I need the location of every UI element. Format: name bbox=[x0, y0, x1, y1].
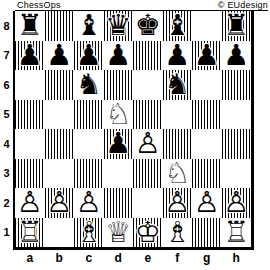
square-b7: ♟♟ bbox=[45, 41, 75, 71]
file-label-h: h bbox=[222, 251, 252, 265]
white-pawn: ♙ bbox=[163, 188, 193, 218]
square-f7: ♟♟ bbox=[163, 41, 193, 71]
square-b1 bbox=[45, 218, 75, 248]
square-e6 bbox=[133, 70, 163, 100]
square-g4 bbox=[192, 129, 222, 159]
square-c3 bbox=[74, 159, 104, 189]
square-b2: ♟♙ bbox=[45, 188, 75, 218]
square-a4 bbox=[15, 129, 45, 159]
black-pawn: ♟ bbox=[104, 129, 134, 159]
square-h6 bbox=[222, 70, 252, 100]
black-pawn: ♟ bbox=[74, 41, 104, 71]
square-d3 bbox=[104, 159, 134, 189]
file-label-e: e bbox=[133, 251, 163, 265]
square-a2: ♟♙ bbox=[15, 188, 45, 218]
black-bishop: ♝ bbox=[74, 11, 104, 41]
white-knight: ♘ bbox=[104, 100, 134, 130]
white-pawn: ♙ bbox=[45, 188, 75, 218]
white-queen: ♕ bbox=[104, 218, 134, 248]
square-c2: ♟♙ bbox=[74, 188, 104, 218]
black-pawn: ♟ bbox=[104, 41, 134, 71]
square-c5 bbox=[74, 100, 104, 130]
square-d8: ♛♛ bbox=[104, 11, 134, 41]
square-e5 bbox=[133, 100, 163, 130]
square-a1: ♜♖ bbox=[15, 218, 45, 248]
black-knight: ♞ bbox=[163, 70, 193, 100]
white-king: ♔ bbox=[133, 218, 163, 248]
square-f5 bbox=[163, 100, 193, 130]
square-b4 bbox=[45, 129, 75, 159]
square-c1: ♝♗ bbox=[74, 218, 104, 248]
black-pawn: ♟ bbox=[45, 41, 75, 71]
black-king: ♚ bbox=[133, 11, 163, 41]
square-g8 bbox=[192, 11, 222, 41]
square-c6: ♞♞ bbox=[74, 70, 104, 100]
white-rook: ♖ bbox=[15, 218, 45, 248]
square-d4: ♟♟ bbox=[104, 129, 134, 159]
square-a6 bbox=[15, 70, 45, 100]
square-e7 bbox=[133, 41, 163, 71]
rank-label-5: 5 bbox=[0, 100, 13, 130]
white-pawn: ♙ bbox=[133, 129, 163, 159]
rank-label-3: 3 bbox=[0, 159, 13, 189]
file-label-a: a bbox=[15, 251, 45, 265]
square-h4 bbox=[222, 129, 252, 159]
square-h8: ♜♜ bbox=[222, 11, 252, 41]
file-label-b: b bbox=[45, 251, 75, 265]
square-g2: ♟♙ bbox=[192, 188, 222, 218]
square-h7: ♟♟ bbox=[222, 41, 252, 71]
black-knight: ♞ bbox=[74, 70, 104, 100]
black-bishop: ♝ bbox=[163, 11, 193, 41]
white-pawn: ♙ bbox=[192, 188, 222, 218]
rank-labels: 87654321 bbox=[0, 11, 13, 247]
square-e3 bbox=[133, 159, 163, 189]
square-f1: ♝♗ bbox=[163, 218, 193, 248]
square-g7: ♟♟ bbox=[192, 41, 222, 71]
square-a8: ♜♜ bbox=[15, 11, 45, 41]
rank-label-6: 6 bbox=[0, 70, 13, 100]
white-pawn: ♙ bbox=[15, 188, 45, 218]
square-d6 bbox=[104, 70, 134, 100]
square-h2: ♟♙ bbox=[222, 188, 252, 218]
white-knight: ♘ bbox=[163, 159, 193, 189]
square-f6: ♞♞ bbox=[163, 70, 193, 100]
white-pawn: ♙ bbox=[74, 188, 104, 218]
square-a5 bbox=[15, 100, 45, 130]
black-pawn: ♟ bbox=[222, 41, 252, 71]
square-b6 bbox=[45, 70, 75, 100]
square-h5 bbox=[222, 100, 252, 130]
square-g5 bbox=[192, 100, 222, 130]
file-label-f: f bbox=[163, 251, 193, 265]
file-label-c: c bbox=[74, 251, 104, 265]
square-g3 bbox=[192, 159, 222, 189]
square-b8 bbox=[45, 11, 75, 41]
square-g1 bbox=[192, 218, 222, 248]
square-c8: ♝♝ bbox=[74, 11, 104, 41]
square-e1: ♚♔ bbox=[133, 218, 163, 248]
rank-label-7: 7 bbox=[0, 41, 13, 71]
square-e2 bbox=[133, 188, 163, 218]
rank-label-2: 2 bbox=[0, 188, 13, 218]
black-queen: ♛ bbox=[104, 11, 134, 41]
black-rook: ♜ bbox=[15, 11, 45, 41]
black-pawn: ♟ bbox=[15, 41, 45, 71]
square-h1: ♜♖ bbox=[222, 218, 252, 248]
square-f8: ♝♝ bbox=[163, 11, 193, 41]
square-e4: ♟♙ bbox=[133, 129, 163, 159]
square-c4 bbox=[74, 129, 104, 159]
square-g6 bbox=[192, 70, 222, 100]
chess-board: ♜♜♝♝♛♛♚♚♝♝♜♜♟♟♟♟♟♟♟♟♟♟♟♟♟♟♞♞♞♞♞♘♟♟♟♙♞♘♟♙… bbox=[13, 11, 254, 250]
square-d2 bbox=[104, 188, 134, 218]
square-d1: ♛♕ bbox=[104, 218, 134, 248]
white-pawn: ♙ bbox=[222, 188, 252, 218]
square-a7: ♟♟ bbox=[15, 41, 45, 71]
square-f2: ♟♙ bbox=[163, 188, 193, 218]
square-f4 bbox=[163, 129, 193, 159]
square-d7: ♟♟ bbox=[104, 41, 134, 71]
white-bishop: ♗ bbox=[163, 218, 193, 248]
square-c7: ♟♟ bbox=[74, 41, 104, 71]
white-rook: ♖ bbox=[222, 218, 252, 248]
black-pawn: ♟ bbox=[192, 41, 222, 71]
file-label-d: d bbox=[104, 251, 134, 265]
rank-label-1: 1 bbox=[0, 218, 13, 248]
file-labels: abcdefgh bbox=[15, 251, 251, 265]
file-label-g: g bbox=[192, 251, 222, 265]
square-a3 bbox=[15, 159, 45, 189]
white-bishop: ♗ bbox=[74, 218, 104, 248]
square-e8: ♚♚ bbox=[133, 11, 163, 41]
square-f3: ♞♘ bbox=[163, 159, 193, 189]
rank-label-8: 8 bbox=[0, 11, 13, 41]
square-h3 bbox=[222, 159, 252, 189]
black-rook: ♜ bbox=[222, 11, 252, 41]
square-b5 bbox=[45, 100, 75, 130]
square-b3 bbox=[45, 159, 75, 189]
black-pawn: ♟ bbox=[163, 41, 193, 71]
square-d5: ♞♘ bbox=[104, 100, 134, 130]
rank-label-4: 4 bbox=[0, 129, 13, 159]
